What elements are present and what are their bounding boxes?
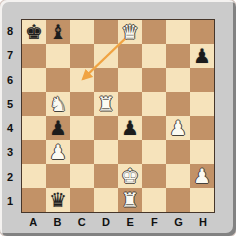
square-b6[interactable] xyxy=(46,68,70,92)
square-f4[interactable] xyxy=(142,116,166,140)
square-b7[interactable] xyxy=(46,44,70,68)
rank-label-4: 4 xyxy=(0,116,20,140)
square-a7[interactable] xyxy=(22,44,46,68)
square-c6[interactable] xyxy=(70,68,94,92)
square-h3[interactable] xyxy=(190,140,214,164)
square-f1[interactable] xyxy=(142,188,166,212)
square-d1[interactable] xyxy=(94,188,118,212)
square-f5[interactable] xyxy=(142,92,166,116)
piece-white-knight-b5[interactable]: ♞ xyxy=(46,92,70,116)
square-g1[interactable] xyxy=(166,188,190,212)
square-b2[interactable] xyxy=(46,164,70,188)
square-f2[interactable] xyxy=(142,164,166,188)
piece-white-king-e2[interactable]: ♚ xyxy=(118,164,142,188)
file-label-G: G xyxy=(167,213,191,230)
square-h1[interactable] xyxy=(190,188,214,212)
square-f3[interactable] xyxy=(142,140,166,164)
piece-white-pawn-b3[interactable]: ♟ xyxy=(46,140,70,164)
square-d2[interactable] xyxy=(94,164,118,188)
file-label-F: F xyxy=(142,213,166,230)
rank-label-2: 2 xyxy=(0,165,20,189)
square-c1[interactable] xyxy=(70,188,94,212)
file-label-A: A xyxy=(21,213,45,230)
rank-label-8: 8 xyxy=(0,19,20,43)
square-f7[interactable] xyxy=(142,44,166,68)
chess-board: ♚♝♛♟♞♜♟♟♟♟♚♟♛♜ xyxy=(21,19,215,213)
rank-labels: 87654321 xyxy=(0,19,20,213)
piece-black-king-a8[interactable]: ♚ xyxy=(22,20,46,44)
rank-label-1: 1 xyxy=(0,189,20,213)
square-a2[interactable] xyxy=(22,164,46,188)
square-a6[interactable] xyxy=(22,68,46,92)
square-a1[interactable] xyxy=(22,188,46,212)
square-a4[interactable] xyxy=(22,116,46,140)
square-d7[interactable] xyxy=(94,44,118,68)
square-f8[interactable] xyxy=(142,20,166,44)
square-a3[interactable] xyxy=(22,140,46,164)
rank-label-3: 3 xyxy=(0,140,20,164)
square-d3[interactable] xyxy=(94,140,118,164)
square-g8[interactable] xyxy=(166,20,190,44)
square-e3[interactable] xyxy=(118,140,142,164)
square-d4[interactable] xyxy=(94,116,118,140)
square-a5[interactable] xyxy=(22,92,46,116)
square-h8[interactable] xyxy=(190,20,214,44)
file-label-H: H xyxy=(191,213,215,230)
square-e7[interactable] xyxy=(118,44,142,68)
square-c8[interactable] xyxy=(70,20,94,44)
rank-label-7: 7 xyxy=(0,43,20,67)
piece-white-queen-e8[interactable]: ♛ xyxy=(118,20,142,44)
piece-white-rook-e1[interactable]: ♜ xyxy=(118,188,142,212)
square-f6[interactable] xyxy=(142,68,166,92)
square-e5[interactable] xyxy=(118,92,142,116)
piece-white-pawn-g4[interactable]: ♟ xyxy=(166,116,190,140)
square-g2[interactable] xyxy=(166,164,190,188)
piece-black-pawn-h7[interactable]: ♟ xyxy=(190,44,214,68)
square-c2[interactable] xyxy=(70,164,94,188)
rank-label-5: 5 xyxy=(0,92,20,116)
piece-white-rook-d5[interactable]: ♜ xyxy=(94,92,118,116)
square-g6[interactable] xyxy=(166,68,190,92)
piece-black-queen-b1[interactable]: ♛ xyxy=(46,188,70,212)
piece-white-pawn-h2[interactable]: ♟ xyxy=(190,164,214,188)
file-label-D: D xyxy=(94,213,118,230)
square-d8[interactable] xyxy=(94,20,118,44)
rank-label-6: 6 xyxy=(0,68,20,92)
piece-black-bishop-b8[interactable]: ♝ xyxy=(46,20,70,44)
square-c7[interactable] xyxy=(70,44,94,68)
file-label-E: E xyxy=(118,213,142,230)
square-c3[interactable] xyxy=(70,140,94,164)
square-h5[interactable] xyxy=(190,92,214,116)
file-label-B: B xyxy=(45,213,69,230)
square-g3[interactable] xyxy=(166,140,190,164)
piece-black-pawn-e4[interactable]: ♟ xyxy=(118,116,142,140)
piece-black-pawn-b4[interactable]: ♟ xyxy=(46,116,70,140)
chess-board-frame: 87654321 ABCDEFGH ♚♝♛♟♞♜♟♟♟♟♚♟♛♜ xyxy=(0,0,236,236)
square-h6[interactable] xyxy=(190,68,214,92)
square-e6[interactable] xyxy=(118,68,142,92)
square-c5[interactable] xyxy=(70,92,94,116)
square-g5[interactable] xyxy=(166,92,190,116)
board-grid: ♚♝♛♟♞♜♟♟♟♟♚♟♛♜ xyxy=(22,20,214,212)
file-labels: ABCDEFGH xyxy=(21,213,215,230)
square-d6[interactable] xyxy=(94,68,118,92)
square-h4[interactable] xyxy=(190,116,214,140)
file-label-C: C xyxy=(70,213,94,230)
square-c4[interactable] xyxy=(70,116,94,140)
square-g7[interactable] xyxy=(166,44,190,68)
